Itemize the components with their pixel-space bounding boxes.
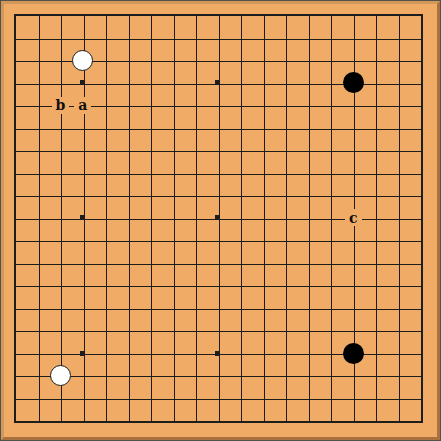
intersection-Q17 [342, 49, 365, 72]
intersection-M1 [252, 409, 275, 432]
intersection-O9 [297, 229, 320, 252]
intersection-N5 [274, 319, 297, 342]
intersection-F5 [117, 319, 140, 342]
intersection-L17 [229, 49, 252, 72]
intersection-J14 [184, 117, 207, 140]
intersection-Q16 [342, 72, 365, 95]
intersection-B8 [27, 252, 50, 275]
intersection-T8 [409, 252, 432, 275]
intersection-B18 [27, 27, 50, 50]
intersection-H4 [162, 342, 185, 365]
intersection-E8 [94, 252, 117, 275]
intersection-P7 [319, 274, 342, 297]
intersection-F10 [117, 207, 140, 230]
intersection-H9 [162, 229, 185, 252]
intersection-K4 [207, 342, 230, 365]
intersection-G6 [139, 297, 162, 320]
intersection-N6 [274, 297, 297, 320]
intersection-S4 [387, 342, 410, 365]
intersection-A9 [4, 229, 27, 252]
intersection-B1 [27, 409, 50, 432]
intersection-P6 [319, 297, 342, 320]
point-label-a[interactable]: a [74, 97, 91, 114]
intersection-O15 [297, 94, 320, 117]
intersection-E11 [94, 184, 117, 207]
intersection-S10 [387, 207, 410, 230]
intersection-L6 [229, 297, 252, 320]
intersection-D9 [72, 229, 95, 252]
intersection-C5 [49, 319, 72, 342]
intersection-S12 [387, 162, 410, 185]
intersection-G9 [139, 229, 162, 252]
intersection-E3 [94, 364, 117, 387]
intersection-G14 [139, 117, 162, 140]
intersection-C2 [49, 387, 72, 410]
intersection-D18 [72, 27, 95, 50]
intersection-J6 [184, 297, 207, 320]
intersection-A4 [4, 342, 27, 365]
black-stone-Q16[interactable] [343, 72, 364, 93]
intersection-D5 [72, 319, 95, 342]
intersection-F12 [117, 162, 140, 185]
intersection-C8 [49, 252, 72, 275]
intersection-H7 [162, 274, 185, 297]
intersection-K3 [207, 364, 230, 387]
intersection-D17 [72, 49, 95, 72]
intersection-C15: b [49, 94, 72, 117]
intersection-F6 [117, 297, 140, 320]
intersection-E10 [94, 207, 117, 230]
intersection-N16 [274, 72, 297, 95]
intersection-S15 [387, 94, 410, 117]
intersection-T13 [409, 139, 432, 162]
intersection-K16 [207, 72, 230, 95]
intersection-S17 [387, 49, 410, 72]
intersection-J9 [184, 229, 207, 252]
intersection-P14 [319, 117, 342, 140]
intersection-H18 [162, 27, 185, 50]
intersection-J13 [184, 139, 207, 162]
intersection-J15 [184, 94, 207, 117]
intersection-J19 [184, 4, 207, 27]
star-point-K10 [215, 215, 220, 220]
intersection-O1 [297, 409, 320, 432]
intersection-C11 [49, 184, 72, 207]
intersection-Q11 [342, 184, 365, 207]
white-stone-C3[interactable] [50, 365, 71, 386]
intersection-D13 [72, 139, 95, 162]
intersection-B13 [27, 139, 50, 162]
intersection-E15 [94, 94, 117, 117]
intersection-A7 [4, 274, 27, 297]
intersection-F7 [117, 274, 140, 297]
intersection-M9 [252, 229, 275, 252]
intersection-R17 [364, 49, 387, 72]
intersection-B16 [27, 72, 50, 95]
intersection-N14 [274, 117, 297, 140]
intersection-T19 [409, 4, 432, 27]
intersection-D14 [72, 117, 95, 140]
intersection-Q8 [342, 252, 365, 275]
intersection-L11 [229, 184, 252, 207]
intersection-R14 [364, 117, 387, 140]
intersection-R18 [364, 27, 387, 50]
intersection-D16 [72, 72, 95, 95]
intersection-N7 [274, 274, 297, 297]
intersection-Q14 [342, 117, 365, 140]
intersection-J8 [184, 252, 207, 275]
intersection-S18 [387, 27, 410, 50]
intersection-C14 [49, 117, 72, 140]
intersection-C3 [49, 364, 72, 387]
intersection-M8 [252, 252, 275, 275]
intersection-L7 [229, 274, 252, 297]
intersection-A3 [4, 364, 27, 387]
intersection-T9 [409, 229, 432, 252]
intersection-M7 [252, 274, 275, 297]
intersection-C17 [49, 49, 72, 72]
intersection-G7 [139, 274, 162, 297]
black-stone-Q4[interactable] [343, 343, 364, 364]
intersection-Q7 [342, 274, 365, 297]
intersection-H3 [162, 364, 185, 387]
intersection-T14 [409, 117, 432, 140]
intersection-G17 [139, 49, 162, 72]
intersection-G2 [139, 387, 162, 410]
intersection-C10 [49, 207, 72, 230]
intersection-G11 [139, 184, 162, 207]
intersection-G18 [139, 27, 162, 50]
intersection-T17 [409, 49, 432, 72]
intersection-H16 [162, 72, 185, 95]
intersection-L18 [229, 27, 252, 50]
intersection-D2 [72, 387, 95, 410]
intersection-J11 [184, 184, 207, 207]
intersection-N2 [274, 387, 297, 410]
intersection-M6 [252, 297, 275, 320]
intersection-R7 [364, 274, 387, 297]
intersection-B9 [27, 229, 50, 252]
intersection-E18 [94, 27, 117, 50]
intersection-G16 [139, 72, 162, 95]
intersection-D15: a [72, 94, 95, 117]
intersection-N18 [274, 27, 297, 50]
intersection-Q3 [342, 364, 365, 387]
intersection-N1 [274, 409, 297, 432]
intersection-N15 [274, 94, 297, 117]
intersection-H12 [162, 162, 185, 185]
intersection-J5 [184, 319, 207, 342]
intersection-L14 [229, 117, 252, 140]
intersection-K9 [207, 229, 230, 252]
intersection-R4 [364, 342, 387, 365]
white-stone-D17[interactable] [72, 50, 93, 71]
intersection-Q5 [342, 319, 365, 342]
intersection-B19 [27, 4, 50, 27]
intersection-H2 [162, 387, 185, 410]
point-label-b[interactable]: b [52, 97, 69, 114]
intersection-T18 [409, 27, 432, 50]
intersection-N8 [274, 252, 297, 275]
intersection-A11 [4, 184, 27, 207]
intersection-D11 [72, 184, 95, 207]
intersection-G10 [139, 207, 162, 230]
intersection-F18 [117, 27, 140, 50]
intersection-J7 [184, 274, 207, 297]
intersection-Q19 [342, 4, 365, 27]
intersection-G8 [139, 252, 162, 275]
intersection-D12 [72, 162, 95, 185]
intersection-M12 [252, 162, 275, 185]
intersection-E19 [94, 4, 117, 27]
intersection-S11 [387, 184, 410, 207]
intersection-J12 [184, 162, 207, 185]
intersection-M11 [252, 184, 275, 207]
intersection-L9 [229, 229, 252, 252]
intersection-N3 [274, 364, 297, 387]
intersection-F13 [117, 139, 140, 162]
intersection-G1 [139, 409, 162, 432]
intersection-F17 [117, 49, 140, 72]
intersection-R11 [364, 184, 387, 207]
intersection-R9 [364, 229, 387, 252]
intersection-K17 [207, 49, 230, 72]
intersection-S2 [387, 387, 410, 410]
intersection-B12 [27, 162, 50, 185]
intersection-H15 [162, 94, 185, 117]
intersection-R15 [364, 94, 387, 117]
intersection-A6 [4, 297, 27, 320]
intersection-K15 [207, 94, 230, 117]
intersection-K5 [207, 319, 230, 342]
intersection-C19 [49, 4, 72, 27]
intersection-B15 [27, 94, 50, 117]
intersection-B3 [27, 364, 50, 387]
intersection-S6 [387, 297, 410, 320]
intersection-O11 [297, 184, 320, 207]
intersection-A10 [4, 207, 27, 230]
intersection-D10 [72, 207, 95, 230]
intersection-L2 [229, 387, 252, 410]
intersection-T12 [409, 162, 432, 185]
intersection-L4 [229, 342, 252, 365]
intersection-R19 [364, 4, 387, 27]
intersection-F4 [117, 342, 140, 365]
intersection-B4 [27, 342, 50, 365]
intersection-N19 [274, 4, 297, 27]
intersection-P12 [319, 162, 342, 185]
intersection-H5 [162, 319, 185, 342]
intersection-N13 [274, 139, 297, 162]
intersection-N11 [274, 184, 297, 207]
intersection-N4 [274, 342, 297, 365]
intersection-K8 [207, 252, 230, 275]
intersection-L15 [229, 94, 252, 117]
intersection-C9 [49, 229, 72, 252]
intersection-F19 [117, 4, 140, 27]
intersection-C13 [49, 139, 72, 162]
intersection-H19 [162, 4, 185, 27]
intersection-T2 [409, 387, 432, 410]
intersection-E7 [94, 274, 117, 297]
intersection-K18 [207, 27, 230, 50]
intersection-Q13 [342, 139, 365, 162]
intersection-K12 [207, 162, 230, 185]
intersection-O14 [297, 117, 320, 140]
intersection-O8 [297, 252, 320, 275]
intersection-A15 [4, 94, 27, 117]
intersection-F2 [117, 387, 140, 410]
intersection-T1 [409, 409, 432, 432]
intersection-E4 [94, 342, 117, 365]
intersection-D8 [72, 252, 95, 275]
intersection-T15 [409, 94, 432, 117]
intersection-Q9 [342, 229, 365, 252]
intersection-F9 [117, 229, 140, 252]
intersection-F15 [117, 94, 140, 117]
intersection-P4 [319, 342, 342, 365]
intersection-L3 [229, 364, 252, 387]
intersection-E2 [94, 387, 117, 410]
intersection-S16 [387, 72, 410, 95]
intersection-H6 [162, 297, 185, 320]
intersection-O4 [297, 342, 320, 365]
intersection-E1 [94, 409, 117, 432]
intersection-R12 [364, 162, 387, 185]
intersection-G15 [139, 94, 162, 117]
intersection-M4 [252, 342, 275, 365]
intersection-K11 [207, 184, 230, 207]
intersection-L8 [229, 252, 252, 275]
intersection-D4 [72, 342, 95, 365]
intersection-D6 [72, 297, 95, 320]
intersection-P2 [319, 387, 342, 410]
intersection-M16 [252, 72, 275, 95]
intersection-C6 [49, 297, 72, 320]
intersection-S8 [387, 252, 410, 275]
intersection-P13 [319, 139, 342, 162]
intersection-N10 [274, 207, 297, 230]
intersection-Q15 [342, 94, 365, 117]
intersection-R2 [364, 387, 387, 410]
intersection-P5 [319, 319, 342, 342]
intersection-F3 [117, 364, 140, 387]
intersection-Q1 [342, 409, 365, 432]
intersection-Q2 [342, 387, 365, 410]
intersection-J18 [184, 27, 207, 50]
intersection-R3 [364, 364, 387, 387]
intersection-A18 [4, 27, 27, 50]
intersection-R1 [364, 409, 387, 432]
intersection-G5 [139, 319, 162, 342]
intersection-Q18 [342, 27, 365, 50]
intersection-D1 [72, 409, 95, 432]
intersection-P17 [319, 49, 342, 72]
intersection-A17 [4, 49, 27, 72]
intersection-D3 [72, 364, 95, 387]
intersection-P16 [319, 72, 342, 95]
intersection-B14 [27, 117, 50, 140]
intersection-T16 [409, 72, 432, 95]
intersection-H14 [162, 117, 185, 140]
intersection-E17 [94, 49, 117, 72]
intersection-H8 [162, 252, 185, 275]
intersection-A13 [4, 139, 27, 162]
intersection-T3 [409, 364, 432, 387]
intersection-O10 [297, 207, 320, 230]
intersection-J2 [184, 387, 207, 410]
intersection-C18 [49, 27, 72, 50]
intersection-M18 [252, 27, 275, 50]
intersection-J1 [184, 409, 207, 432]
intersection-N9 [274, 229, 297, 252]
intersection-Q4 [342, 342, 365, 365]
star-point-D4 [80, 351, 85, 356]
intersection-L10 [229, 207, 252, 230]
intersection-O6 [297, 297, 320, 320]
intersection-D19 [72, 4, 95, 27]
intersection-C12 [49, 162, 72, 185]
intersection-M3 [252, 364, 275, 387]
intersection-Q6 [342, 297, 365, 320]
intersection-R16 [364, 72, 387, 95]
board-intersections: bac [4, 4, 432, 432]
intersection-M2 [252, 387, 275, 410]
intersection-F8 [117, 252, 140, 275]
intersection-J17 [184, 49, 207, 72]
intersection-O16 [297, 72, 320, 95]
intersection-L5 [229, 319, 252, 342]
intersection-G19 [139, 4, 162, 27]
intersection-S3 [387, 364, 410, 387]
intersection-G13 [139, 139, 162, 162]
intersection-P15 [319, 94, 342, 117]
intersection-S1 [387, 409, 410, 432]
star-point-K4 [215, 351, 220, 356]
intersection-J3 [184, 364, 207, 387]
intersection-A16 [4, 72, 27, 95]
intersection-P1 [319, 409, 342, 432]
intersection-M17 [252, 49, 275, 72]
intersection-C7 [49, 274, 72, 297]
intersection-B6 [27, 297, 50, 320]
intersection-O2 [297, 387, 320, 410]
intersection-L13 [229, 139, 252, 162]
intersection-T11 [409, 184, 432, 207]
go-diagram: bac [0, 0, 441, 441]
point-label-c[interactable]: c [345, 209, 362, 226]
intersection-O7 [297, 274, 320, 297]
intersection-E14 [94, 117, 117, 140]
intersection-K19 [207, 4, 230, 27]
intersection-K10 [207, 207, 230, 230]
intersection-K7 [207, 274, 230, 297]
intersection-T4 [409, 342, 432, 365]
intersection-E9 [94, 229, 117, 252]
intersection-F16 [117, 72, 140, 95]
intersection-D7 [72, 274, 95, 297]
intersection-O3 [297, 364, 320, 387]
star-point-D16 [80, 80, 85, 85]
intersection-T6 [409, 297, 432, 320]
intersection-K14 [207, 117, 230, 140]
intersection-M15 [252, 94, 275, 117]
intersection-A12 [4, 162, 27, 185]
intersection-S13 [387, 139, 410, 162]
intersection-N12 [274, 162, 297, 185]
intersection-A8 [4, 252, 27, 275]
intersection-K2 [207, 387, 230, 410]
